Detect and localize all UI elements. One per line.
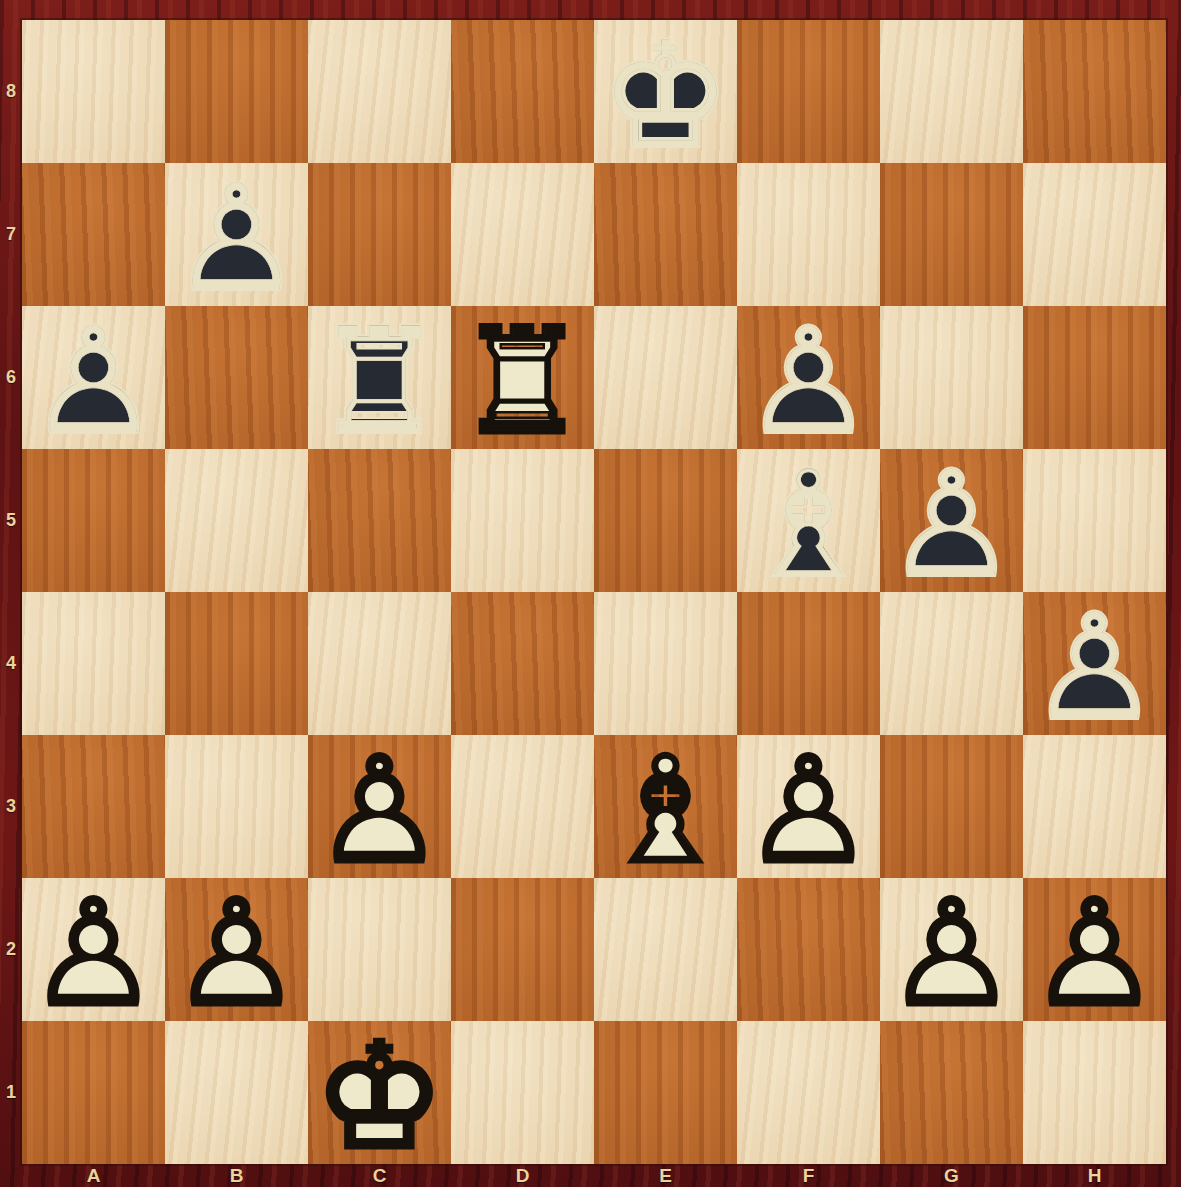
pawn-glyph-body: ♟︎: [1023, 881, 1166, 1024]
pawn-glyph-halo: ♟︎: [880, 452, 1023, 595]
pawn-glyph-det: ♙︎: [22, 881, 165, 1024]
rook-glyph-halo: ♜︎: [451, 309, 594, 452]
pawn-glyph-det: ♙︎: [1023, 881, 1166, 1024]
square-e5[interactable]: [594, 449, 737, 592]
piece-white-bishop-e3[interactable]: ♝︎♝︎♗︎: [594, 735, 737, 878]
square-c8[interactable]: [308, 20, 451, 163]
square-a7[interactable]: [22, 163, 165, 306]
chess-diagram: 87654321 ABCDEFGH ♚︎♚︎♔︎♟︎♟︎♙︎♟︎♟︎♙︎♜︎♜︎…: [0, 0, 1200, 1187]
square-c1[interactable]: ♚︎♚︎♔︎: [308, 1021, 451, 1164]
square-e2[interactable]: [594, 878, 737, 1021]
square-h5[interactable]: [1023, 449, 1166, 592]
square-h3[interactable]: [1023, 735, 1166, 878]
pawn-glyph-halo: ♟︎: [22, 881, 165, 1024]
square-d3[interactable]: [451, 735, 594, 878]
square-a4[interactable]: [22, 592, 165, 735]
pawn-glyph-body: ♟︎: [737, 738, 880, 881]
pawn-glyph-body: ♟︎: [737, 309, 880, 452]
pawn-glyph-halo: ♟︎: [880, 881, 1023, 1024]
square-h8[interactable]: [1023, 20, 1166, 163]
square-a5[interactable]: [22, 449, 165, 592]
rook-glyph-det: ♖︎: [308, 309, 451, 452]
square-b8[interactable]: [165, 20, 308, 163]
file-label-f: F: [737, 1164, 880, 1187]
piece-black-king-e8[interactable]: ♚︎♚︎♔︎: [594, 20, 737, 163]
square-g3[interactable]: [880, 735, 1023, 878]
king-glyph-halo: ♚︎: [594, 23, 737, 166]
square-g1[interactable]: [880, 1021, 1023, 1164]
bishop-glyph-det: ♗︎: [594, 738, 737, 881]
bishop-glyph-body: ♝︎: [594, 738, 737, 881]
pawn-glyph-halo: ♟︎: [22, 309, 165, 452]
king-glyph-halo: ♚︎: [308, 1024, 451, 1167]
file-label-b: B: [165, 1164, 308, 1187]
file-label-h: H: [1023, 1164, 1166, 1187]
square-c5[interactable]: [308, 449, 451, 592]
square-h6[interactable]: [1023, 306, 1166, 449]
square-c7[interactable]: [308, 163, 451, 306]
pawn-glyph-halo: ♟︎: [165, 166, 308, 309]
piece-black-rook-c6[interactable]: ♜︎♜︎♖︎: [308, 306, 451, 449]
rook-glyph-body: ♜︎: [451, 309, 594, 452]
piece-white-king-c1[interactable]: ♚︎♚︎♔︎: [308, 1021, 451, 1164]
square-b7[interactable]: ♟︎♟︎♙︎: [165, 163, 308, 306]
rank-labels: 87654321: [0, 20, 22, 1164]
rank-label-2: 2: [0, 878, 22, 1021]
pawn-glyph-body: ♟︎: [308, 738, 451, 881]
square-f3[interactable]: ♟︎♟︎♙︎: [737, 735, 880, 878]
square-g6[interactable]: [880, 306, 1023, 449]
pawn-glyph-det: ♙︎: [165, 166, 308, 309]
king-glyph-body: ♚︎: [308, 1024, 451, 1167]
square-h4[interactable]: ♟︎♟︎♙︎: [1023, 592, 1166, 735]
piece-white-pawn-a2[interactable]: ♟︎♟︎♙︎: [22, 878, 165, 1021]
square-e3[interactable]: ♝︎♝︎♗︎: [594, 735, 737, 878]
pawn-glyph-body: ♟︎: [165, 881, 308, 1024]
bishop-glyph-halo: ♝︎: [737, 452, 880, 595]
square-c6[interactable]: ♜︎♜︎♖︎: [308, 306, 451, 449]
square-b1[interactable]: [165, 1021, 308, 1164]
rank-label-8: 8: [0, 20, 22, 163]
pawn-glyph-halo: ♟︎: [308, 738, 451, 881]
pawn-glyph-body: ♟︎: [22, 881, 165, 1024]
pawn-glyph-det: ♙︎: [22, 309, 165, 452]
piece-black-pawn-a6[interactable]: ♟︎♟︎♙︎: [22, 306, 165, 449]
square-b2[interactable]: ♟︎♟︎♙︎: [165, 878, 308, 1021]
file-label-d: D: [451, 1164, 594, 1187]
rank-label-3: 3: [0, 735, 22, 878]
square-g2[interactable]: ♟︎♟︎♙︎: [880, 878, 1023, 1021]
piece-black-bishop-f5[interactable]: ♝︎♝︎♗︎: [737, 449, 880, 592]
square-d7[interactable]: [451, 163, 594, 306]
square-e4[interactable]: [594, 592, 737, 735]
rank-label-1: 1: [0, 1021, 22, 1164]
pawn-glyph-body: ♟︎: [1023, 595, 1166, 738]
square-f5[interactable]: ♝︎♝︎♗︎: [737, 449, 880, 592]
rook-glyph-body: ♜︎: [308, 309, 451, 452]
square-f4[interactable]: [737, 592, 880, 735]
file-label-g: G: [880, 1164, 1023, 1187]
square-d5[interactable]: [451, 449, 594, 592]
square-g5[interactable]: ♟︎♟︎♙︎: [880, 449, 1023, 592]
piece-white-pawn-h2[interactable]: ♟︎♟︎♙︎: [1023, 878, 1166, 1021]
file-label-e: E: [594, 1164, 737, 1187]
rank-label-5: 5: [0, 449, 22, 592]
chess-board: ♚︎♚︎♔︎♟︎♟︎♙︎♟︎♟︎♙︎♜︎♜︎♖︎♜︎♜︎♖︎♟︎♟︎♙︎♝︎♝︎…: [22, 20, 1166, 1164]
square-a2[interactable]: ♟︎♟︎♙︎: [22, 878, 165, 1021]
piece-black-pawn-g5[interactable]: ♟︎♟︎♙︎: [880, 449, 1023, 592]
pawn-glyph-det: ♙︎: [308, 738, 451, 881]
rook-glyph-halo: ♜︎: [308, 309, 451, 452]
square-h7[interactable]: [1023, 163, 1166, 306]
pawn-glyph-body: ♟︎: [22, 309, 165, 452]
pawn-glyph-halo: ♟︎: [1023, 595, 1166, 738]
square-f7[interactable]: [737, 163, 880, 306]
piece-black-pawn-h4[interactable]: ♟︎♟︎♙︎: [1023, 592, 1166, 735]
pawn-glyph-body: ♟︎: [880, 452, 1023, 595]
square-e8[interactable]: ♚︎♚︎♔︎: [594, 20, 737, 163]
pawn-glyph-det: ♙︎: [737, 309, 880, 452]
king-glyph-det: ♔︎: [308, 1024, 451, 1167]
square-c2[interactable]: [308, 878, 451, 1021]
pawn-glyph-det: ♙︎: [165, 881, 308, 1024]
square-a3[interactable]: [22, 735, 165, 878]
pawn-glyph-det: ♙︎: [737, 738, 880, 881]
king-glyph-body: ♚︎: [594, 23, 737, 166]
bishop-glyph-det: ♗︎: [737, 452, 880, 595]
square-e7[interactable]: [594, 163, 737, 306]
pawn-glyph-body: ♟︎: [880, 881, 1023, 1024]
square-a6[interactable]: ♟︎♟︎♙︎: [22, 306, 165, 449]
square-a8[interactable]: [22, 20, 165, 163]
square-g7[interactable]: [880, 163, 1023, 306]
bishop-glyph-body: ♝︎: [737, 452, 880, 595]
square-h2[interactable]: ♟︎♟︎♙︎: [1023, 878, 1166, 1021]
square-b3[interactable]: [165, 735, 308, 878]
square-d1[interactable]: [451, 1021, 594, 1164]
piece-white-pawn-f3[interactable]: ♟︎♟︎♙︎: [737, 735, 880, 878]
square-d4[interactable]: [451, 592, 594, 735]
square-f8[interactable]: [737, 20, 880, 163]
king-glyph-det: ♔︎: [594, 23, 737, 166]
pawn-glyph-halo: ♟︎: [737, 738, 880, 881]
file-labels: ABCDEFGH: [22, 1164, 1166, 1187]
pawn-glyph-halo: ♟︎: [165, 881, 308, 1024]
square-b4[interactable]: [165, 592, 308, 735]
square-b5[interactable]: [165, 449, 308, 592]
piece-black-pawn-f6[interactable]: ♟︎♟︎♙︎: [737, 306, 880, 449]
file-label-c: C: [308, 1164, 451, 1187]
square-a1[interactable]: [22, 1021, 165, 1164]
rank-label-7: 7: [0, 163, 22, 306]
square-g8[interactable]: [880, 20, 1023, 163]
piece-white-pawn-c3[interactable]: ♟︎♟︎♙︎: [308, 735, 451, 878]
piece-white-pawn-b2[interactable]: ♟︎♟︎♙︎: [165, 878, 308, 1021]
square-h1[interactable]: [1023, 1021, 1166, 1164]
piece-white-rook-d6[interactable]: ♜︎♜︎♖︎: [451, 306, 594, 449]
rank-label-6: 6: [0, 306, 22, 449]
square-b6[interactable]: [165, 306, 308, 449]
rook-glyph-det: ♖︎: [451, 309, 594, 452]
square-d8[interactable]: [451, 20, 594, 163]
square-d2[interactable]: [451, 878, 594, 1021]
square-c3[interactable]: ♟︎♟︎♙︎: [308, 735, 451, 878]
square-g4[interactable]: [880, 592, 1023, 735]
square-d6[interactable]: ♜︎♜︎♖︎: [451, 306, 594, 449]
square-e1[interactable]: [594, 1021, 737, 1164]
pawn-glyph-halo: ♟︎: [1023, 881, 1166, 1024]
file-label-a: A: [22, 1164, 165, 1187]
square-f2[interactable]: [737, 878, 880, 1021]
square-f1[interactable]: [737, 1021, 880, 1164]
piece-black-pawn-b7[interactable]: ♟︎♟︎♙︎: [165, 163, 308, 306]
pawn-glyph-det: ♙︎: [880, 452, 1023, 595]
piece-white-pawn-g2[interactable]: ♟︎♟︎♙︎: [880, 878, 1023, 1021]
square-f6[interactable]: ♟︎♟︎♙︎: [737, 306, 880, 449]
pawn-glyph-det: ♙︎: [880, 881, 1023, 1024]
bishop-glyph-halo: ♝︎: [594, 738, 737, 881]
pawn-glyph-halo: ♟︎: [737, 309, 880, 452]
pawn-glyph-body: ♟︎: [165, 166, 308, 309]
pawn-glyph-det: ♙︎: [1023, 595, 1166, 738]
square-c4[interactable]: [308, 592, 451, 735]
rank-label-4: 4: [0, 592, 22, 735]
square-e6[interactable]: [594, 306, 737, 449]
